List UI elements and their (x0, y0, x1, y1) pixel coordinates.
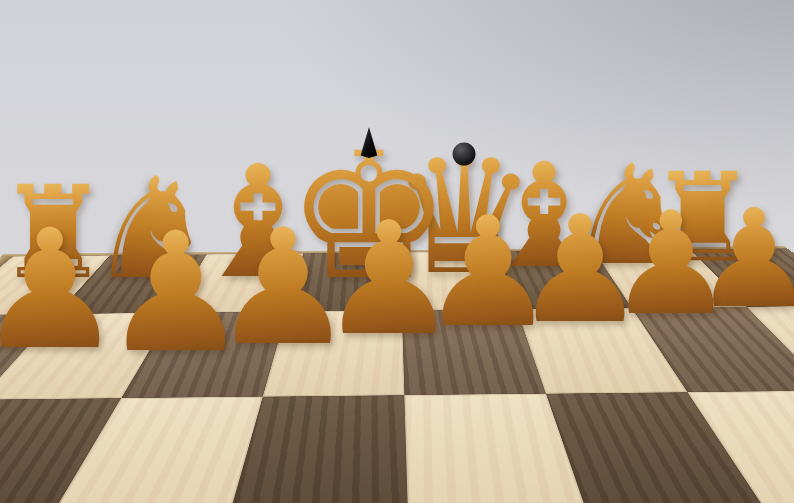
chess-set-photo: ♜♞♝♚♛♝♞♜♟♟♟♟♟♟♟♟ (0, 0, 794, 503)
pieces-layer: ♜♞♝♚♛♝♞♜♟♟♟♟♟♟♟♟ (0, 0, 794, 503)
piece-pawn-2: ♟ (102, 211, 250, 376)
queen-black-ball-finial (452, 142, 475, 165)
pawn-glyph: ♟ (102, 211, 250, 376)
